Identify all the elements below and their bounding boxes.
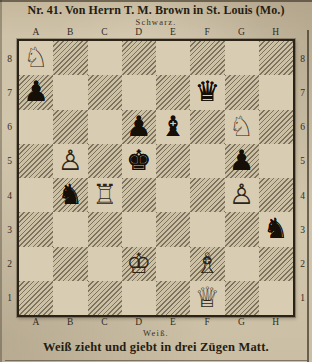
square-e8 — [156, 41, 190, 75]
square-e7 — [156, 75, 190, 109]
square-d1 — [122, 281, 156, 315]
square-f5 — [190, 144, 224, 178]
rank-label-3: 3 — [2, 213, 17, 247]
square-a5 — [19, 144, 53, 178]
square-e3 — [156, 212, 190, 246]
square-c2 — [88, 247, 122, 281]
square-c1 — [88, 281, 122, 315]
square-a1 — [19, 281, 53, 315]
square-h5 — [259, 144, 293, 178]
rank-label-8: 8 — [2, 42, 17, 76]
file-label-f: F — [190, 27, 224, 38]
piece-white-pawn: ♙ — [53, 144, 87, 178]
page-bottom-rule — [5, 360, 307, 361]
square-a2 — [19, 247, 53, 281]
piece-black-pawn: ♟ — [225, 144, 259, 178]
file-labels-top: ABCDEFGH — [19, 27, 293, 38]
square-g7 — [225, 75, 259, 109]
square-c8 — [88, 41, 122, 75]
page-left-edge — [0, 0, 2, 362]
rank-label-7: 7 — [2, 76, 17, 110]
square-b7 — [53, 75, 87, 109]
square-b8 — [53, 41, 87, 75]
square-f3 — [190, 212, 224, 246]
square-h3: ♞ — [259, 212, 293, 246]
square-f8 — [190, 41, 224, 75]
square-d6: ♟ — [122, 110, 156, 144]
rank-label-5: 5 — [2, 144, 17, 178]
piece-white-rook: ♖ — [88, 178, 122, 212]
problem-title: Nr. 41. Von Herrn T. M. Brown in St. Lou… — [0, 0, 312, 17]
square-b1 — [53, 281, 87, 315]
piece-white-bishop: ♗ — [190, 247, 224, 281]
square-a3 — [19, 212, 53, 246]
square-f1: ♕ — [190, 281, 224, 315]
square-f2: ♗ — [190, 247, 224, 281]
piece-white-pawn: ♙ — [225, 178, 259, 212]
square-d8 — [122, 41, 156, 75]
chess-board: ♘♟♛♟♝♘♙♚♟♞♖♙♞♔♗♕ — [17, 39, 295, 317]
file-label-e: E — [156, 317, 190, 328]
piece-white-king: ♔ — [122, 247, 156, 281]
rank-label-1: 1 — [2, 281, 17, 315]
square-a7: ♟ — [19, 75, 53, 109]
square-g1 — [225, 281, 259, 315]
piece-black-knight: ♞ — [53, 178, 87, 212]
piece-black-king: ♚ — [122, 144, 156, 178]
square-d3 — [122, 212, 156, 246]
square-b6 — [53, 110, 87, 144]
square-g8 — [225, 41, 259, 75]
square-g6: ♘ — [225, 110, 259, 144]
square-e6: ♝ — [156, 110, 190, 144]
file-label-g: G — [225, 27, 259, 38]
square-d2: ♔ — [122, 247, 156, 281]
square-e1 — [156, 281, 190, 315]
file-label-b: B — [53, 27, 87, 38]
piece-black-bishop: ♝ — [156, 110, 190, 144]
file-label-a: A — [19, 317, 53, 328]
square-b5: ♙ — [53, 144, 87, 178]
square-h2 — [259, 247, 293, 281]
square-f6 — [190, 110, 224, 144]
rank-label-2: 2 — [2, 247, 17, 281]
square-b2 — [53, 247, 87, 281]
square-f4 — [190, 178, 224, 212]
square-e2 — [156, 247, 190, 281]
piece-white-knight: ♘ — [19, 41, 53, 75]
square-c7 — [88, 75, 122, 109]
board-area: 87654321 ♘♟♛♟♝♘♙♚♟♞♖♙♞♔♗♕ 87654321 — [0, 39, 312, 317]
page-right-edge — [307, 30, 309, 362]
square-h4 — [259, 178, 293, 212]
square-d4 — [122, 178, 156, 212]
square-b3 — [53, 212, 87, 246]
square-e5 — [156, 144, 190, 178]
piece-white-queen: ♕ — [190, 281, 224, 315]
piece-black-knight: ♞ — [259, 212, 293, 246]
file-label-c: C — [88, 317, 122, 328]
file-label-d: D — [122, 317, 156, 328]
square-h1 — [259, 281, 293, 315]
black-side-label: Schwarz. — [0, 17, 312, 27]
square-d5: ♚ — [122, 144, 156, 178]
page-top-edge — [0, 0, 312, 2]
square-a8: ♘ — [19, 41, 53, 75]
piece-black-pawn: ♟ — [122, 110, 156, 144]
file-label-b: B — [53, 317, 87, 328]
square-g2 — [225, 247, 259, 281]
square-b4: ♞ — [53, 178, 87, 212]
square-c6 — [88, 110, 122, 144]
square-h8 — [259, 41, 293, 75]
file-label-d: D — [122, 27, 156, 38]
file-label-e: E — [156, 27, 190, 38]
file-label-h: H — [259, 27, 293, 38]
square-c5 — [88, 144, 122, 178]
square-c3 — [88, 212, 122, 246]
piece-black-pawn: ♟ — [19, 75, 53, 109]
file-label-g: G — [225, 317, 259, 328]
file-label-f: F — [190, 317, 224, 328]
square-g3 — [225, 212, 259, 246]
file-label-a: A — [19, 27, 53, 38]
file-label-c: C — [88, 27, 122, 38]
rank-labels-left: 87654321 — [2, 39, 17, 317]
square-h6 — [259, 110, 293, 144]
square-a6 — [19, 110, 53, 144]
file-label-h: H — [259, 317, 293, 328]
square-g4: ♙ — [225, 178, 259, 212]
file-labels-bottom: ABCDEFGH — [19, 317, 293, 328]
square-d7 — [122, 75, 156, 109]
square-f7: ♛ — [190, 75, 224, 109]
piece-white-knight: ♘ — [225, 110, 259, 144]
square-e4 — [156, 178, 190, 212]
square-c4: ♖ — [88, 178, 122, 212]
square-g5: ♟ — [225, 144, 259, 178]
rank-label-6: 6 — [2, 110, 17, 144]
stipulation-caption: Weiß zieht und giebt in drei Zügen Matt. — [0, 340, 312, 355]
rank-label-4: 4 — [2, 179, 17, 213]
piece-black-queen: ♛ — [190, 75, 224, 109]
square-h7 — [259, 75, 293, 109]
white-side-label: Weiß. — [0, 328, 312, 338]
square-a4 — [19, 178, 53, 212]
